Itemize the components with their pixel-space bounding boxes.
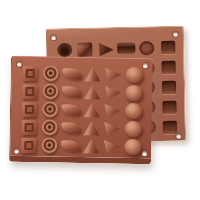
square-ring-shape <box>22 65 37 80</box>
front-mold-cell-r1c6 <box>124 66 145 84</box>
swirl-round-shape <box>42 119 58 135</box>
silicone-mold-product-photo <box>0 0 200 200</box>
dome-shape <box>125 85 142 101</box>
fan-shape <box>104 103 121 118</box>
front-mold-cell-r2c3 <box>61 83 82 101</box>
fan-shape <box>104 85 121 100</box>
front-mold-cell-r5c4 <box>81 137 102 155</box>
corner-hole-tl <box>51 35 56 40</box>
corner-hole-br <box>176 134 181 139</box>
back-mold-cell-r1c5 <box>137 38 158 58</box>
cone-shape <box>83 121 100 136</box>
front-mold-cell-r4c2 <box>39 118 60 136</box>
dome-shape <box>126 67 143 83</box>
round-shape <box>140 41 155 55</box>
front-mold-cell-r1c2 <box>40 64 61 82</box>
square-shape <box>162 81 176 94</box>
round-deep-shape <box>57 43 72 57</box>
back-mold-cell-r3c6 <box>158 77 179 97</box>
front-mold-cell-r2c1 <box>19 82 40 100</box>
dome-shape <box>125 121 142 137</box>
front-mold-cell-r1c5 <box>103 65 124 83</box>
front-mold-cell-r2c2 <box>40 82 61 100</box>
front-mold-cell-r4c4 <box>81 119 102 137</box>
front-mold-cell-r5c6 <box>122 138 143 156</box>
square-shape <box>162 101 176 114</box>
front-mold-cell-r5c2 <box>39 136 60 154</box>
wave-shape <box>61 85 81 99</box>
front-mold-cell-r2c6 <box>123 84 144 102</box>
wave-shape <box>61 103 81 117</box>
wave-shape <box>61 121 81 135</box>
dome-shape <box>125 103 142 119</box>
front-mold-cell-r3c1 <box>19 100 40 118</box>
cone-shape <box>84 67 101 82</box>
square-shape <box>161 61 175 74</box>
cone-shape <box>84 85 101 100</box>
front-mold-cell-r3c5 <box>102 101 123 119</box>
front-mold-cell-r1c1 <box>20 64 41 82</box>
front-mold-cell-r3c4 <box>81 101 102 119</box>
pyramid-shape <box>78 42 93 56</box>
corner-hole-bl <box>14 149 19 154</box>
front-mold-cell-r5c5 <box>101 137 122 155</box>
front-mold-shape-grid <box>18 64 145 156</box>
swirl-round-shape <box>43 65 59 81</box>
square-ring-shape <box>22 101 37 116</box>
square-shape <box>162 120 176 133</box>
corner-hole-tl <box>17 62 22 67</box>
wave-shape <box>62 67 82 81</box>
corner-hole-br <box>142 151 147 156</box>
square-ring-shape <box>21 119 36 134</box>
fan-shape <box>104 121 121 136</box>
front-mold-cell-r2c4 <box>82 83 103 101</box>
back-mold-cell-r4c6 <box>159 97 180 117</box>
front-mold-cell-r4c3 <box>60 119 81 137</box>
cone-shape <box>83 139 100 154</box>
front-mold-cell-r1c3 <box>61 65 82 83</box>
square-shape <box>161 41 175 54</box>
back-mold-cell-r1c3 <box>95 39 116 59</box>
front-mold-cell-r5c1 <box>18 136 39 154</box>
corner-hole-tr <box>143 63 148 68</box>
wave-shape <box>60 139 80 153</box>
back-mold-cell-r2c6 <box>158 57 179 77</box>
swirl-round-shape <box>42 83 58 99</box>
front-mold-cell-r5c3 <box>60 137 81 155</box>
back-mold-cell-r1c6 <box>157 38 178 58</box>
front-mold-cell-r4c1 <box>18 118 39 136</box>
front-mold-cell-r2c5 <box>102 83 123 101</box>
fan-shape <box>103 139 120 154</box>
dome-shape <box>124 139 141 155</box>
front-mold-cell-r3c6 <box>123 102 144 120</box>
swirl-round-shape <box>41 137 57 153</box>
front-mold-cell-r1c4 <box>82 65 103 83</box>
cone-shape <box>83 103 100 118</box>
square-ring-shape <box>22 83 37 98</box>
front-mold-tray <box>9 56 153 165</box>
front-mold-cell-r4c6 <box>123 120 144 138</box>
front-mold-cell-r4c5 <box>102 119 123 137</box>
fan-shape <box>105 67 122 82</box>
swirl-round-shape <box>42 101 58 117</box>
cone-shape <box>98 42 114 56</box>
corner-hole-tr <box>173 32 178 37</box>
square-ring-shape <box>21 137 36 152</box>
back-mold-cell-r1c4 <box>116 39 137 59</box>
front-mold-cell-r3c3 <box>60 101 81 119</box>
front-mold-cell-r3c2 <box>40 100 61 118</box>
bar-shape <box>117 43 135 54</box>
